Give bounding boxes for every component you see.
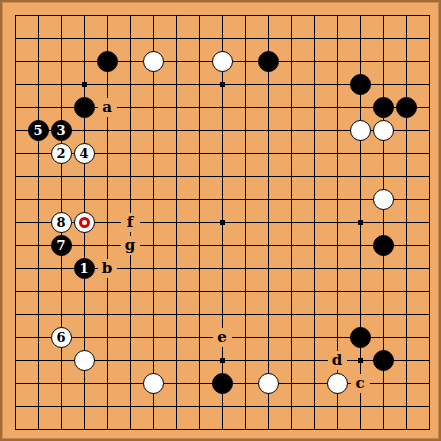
intersection-3-12 bbox=[50, 257, 73, 280]
intersection-8-4 bbox=[165, 73, 188, 96]
intersection-16-10 bbox=[349, 211, 372, 234]
intersection-16-13 bbox=[349, 280, 372, 303]
intersection-12-9 bbox=[257, 188, 280, 211]
intersection-8-18 bbox=[165, 395, 188, 418]
intersection-8-12 bbox=[165, 257, 188, 280]
intersection-7-17 bbox=[142, 372, 165, 395]
intersection-7-7 bbox=[142, 142, 165, 165]
white-stone bbox=[258, 373, 279, 394]
intersection-15-7 bbox=[326, 142, 349, 165]
intersection-8-3 bbox=[165, 50, 188, 73]
intersection-10-8 bbox=[211, 165, 234, 188]
intersection-4-5 bbox=[73, 96, 96, 119]
black-stone bbox=[212, 373, 233, 394]
intersection-14-18 bbox=[303, 395, 326, 418]
intersection-18-5 bbox=[395, 96, 418, 119]
intersection-14-16 bbox=[303, 349, 326, 372]
intersection-5-2 bbox=[96, 27, 119, 50]
intersection-13-3 bbox=[280, 50, 303, 73]
intersection-14-13 bbox=[303, 280, 326, 303]
intersection-14-12 bbox=[303, 257, 326, 280]
black-stone bbox=[373, 97, 394, 118]
intersection-15-8 bbox=[326, 165, 349, 188]
black-stone bbox=[97, 51, 118, 72]
intersection-19-7 bbox=[418, 142, 441, 165]
board-letter-c: c bbox=[351, 374, 370, 393]
intersection-10-12 bbox=[211, 257, 234, 280]
intersection-16-5 bbox=[349, 96, 372, 119]
intersection-13-19 bbox=[280, 418, 303, 441]
circle-mark-icon bbox=[79, 217, 90, 228]
intersection-4-7: 4 bbox=[73, 142, 96, 165]
intersection-7-19 bbox=[142, 418, 165, 441]
intersection-10-17 bbox=[211, 372, 234, 395]
intersection-3-13 bbox=[50, 280, 73, 303]
black-stone-numbered-3: 3 bbox=[51, 120, 72, 141]
black-stone-numbered-7: 7 bbox=[51, 235, 72, 256]
intersection-14-8 bbox=[303, 165, 326, 188]
intersection-17-11 bbox=[372, 234, 395, 257]
intersection-17-18 bbox=[372, 395, 395, 418]
intersection-4-3 bbox=[73, 50, 96, 73]
intersection-3-6: 3 bbox=[50, 119, 73, 142]
intersection-11-12 bbox=[234, 257, 257, 280]
intersection-4-11 bbox=[73, 234, 96, 257]
intersection-10-7 bbox=[211, 142, 234, 165]
intersection-5-10 bbox=[96, 211, 119, 234]
intersection-6-19 bbox=[119, 418, 142, 441]
intersection-18-9 bbox=[395, 188, 418, 211]
intersection-6-4 bbox=[119, 73, 142, 96]
intersection-17-5 bbox=[372, 96, 395, 119]
intersection-16-12 bbox=[349, 257, 372, 280]
intersection-19-8 bbox=[418, 165, 441, 188]
intersection-5-4 bbox=[96, 73, 119, 96]
intersection-13-7 bbox=[280, 142, 303, 165]
intersection-15-5 bbox=[326, 96, 349, 119]
intersection-17-3 bbox=[372, 50, 395, 73]
intersection-5-13 bbox=[96, 280, 119, 303]
intersection-1-10 bbox=[4, 211, 27, 234]
intersection-19-3 bbox=[418, 50, 441, 73]
intersection-7-2 bbox=[142, 27, 165, 50]
intersection-19-6 bbox=[418, 119, 441, 142]
intersection-19-9 bbox=[418, 188, 441, 211]
intersection-13-17 bbox=[280, 372, 303, 395]
intersection-8-16 bbox=[165, 349, 188, 372]
intersection-5-9 bbox=[96, 188, 119, 211]
intersection-6-9 bbox=[119, 188, 142, 211]
intersection-18-11 bbox=[395, 234, 418, 257]
intersection-5-16 bbox=[96, 349, 119, 372]
white-stone bbox=[143, 373, 164, 394]
intersection-7-18 bbox=[142, 395, 165, 418]
intersection-4-2 bbox=[73, 27, 96, 50]
intersection-11-19 bbox=[234, 418, 257, 441]
intersection-15-11 bbox=[326, 234, 349, 257]
intersection-11-3 bbox=[234, 50, 257, 73]
intersection-5-3 bbox=[96, 50, 119, 73]
intersection-3-1 bbox=[50, 4, 73, 27]
intersection-1-9 bbox=[4, 188, 27, 211]
intersection-10-6 bbox=[211, 119, 234, 142]
intersection-15-16: d bbox=[326, 349, 349, 372]
intersection-13-18 bbox=[280, 395, 303, 418]
intersection-14-3 bbox=[303, 50, 326, 73]
intersection-17-10 bbox=[372, 211, 395, 234]
intersection-1-1 bbox=[4, 4, 27, 27]
intersection-19-10 bbox=[418, 211, 441, 234]
intersection-8-8 bbox=[165, 165, 188, 188]
intersection-14-4 bbox=[303, 73, 326, 96]
intersection-18-7 bbox=[395, 142, 418, 165]
intersection-19-5 bbox=[418, 96, 441, 119]
white-stone-numbered-2: 2 bbox=[51, 143, 72, 164]
intersection-16-1 bbox=[349, 4, 372, 27]
intersection-3-2 bbox=[50, 27, 73, 50]
intersection-6-15 bbox=[119, 326, 142, 349]
intersection-16-8 bbox=[349, 165, 372, 188]
intersection-2-14 bbox=[27, 303, 50, 326]
intersection-11-6 bbox=[234, 119, 257, 142]
intersection-4-19 bbox=[73, 418, 96, 441]
intersection-2-4 bbox=[27, 73, 50, 96]
intersection-13-13 bbox=[280, 280, 303, 303]
board-letter-e: e bbox=[213, 328, 232, 347]
intersection-3-16 bbox=[50, 349, 73, 372]
intersection-9-10 bbox=[188, 211, 211, 234]
intersection-4-17 bbox=[73, 372, 96, 395]
intersection-15-9 bbox=[326, 188, 349, 211]
intersection-3-5 bbox=[50, 96, 73, 119]
intersection-6-2 bbox=[119, 27, 142, 50]
white-stone bbox=[350, 120, 371, 141]
intersection-18-10 bbox=[395, 211, 418, 234]
board-letter-a: a bbox=[98, 98, 117, 117]
intersection-2-6: 5 bbox=[27, 119, 50, 142]
intersection-1-13 bbox=[4, 280, 27, 303]
intersection-17-4 bbox=[372, 73, 395, 96]
white-stone bbox=[327, 373, 348, 394]
intersection-1-12 bbox=[4, 257, 27, 280]
intersection-2-5 bbox=[27, 96, 50, 119]
intersection-3-3 bbox=[50, 50, 73, 73]
intersection-2-17 bbox=[27, 372, 50, 395]
intersection-4-12: 1 bbox=[73, 257, 96, 280]
intersection-12-19 bbox=[257, 418, 280, 441]
intersection-14-9 bbox=[303, 188, 326, 211]
intersection-12-10 bbox=[257, 211, 280, 234]
intersection-10-14 bbox=[211, 303, 234, 326]
intersection-3-17 bbox=[50, 372, 73, 395]
intersection-3-18 bbox=[50, 395, 73, 418]
intersection-4-4 bbox=[73, 73, 96, 96]
intersection-12-14 bbox=[257, 303, 280, 326]
board-letter-d: d bbox=[328, 351, 347, 370]
intersection-7-1 bbox=[142, 4, 165, 27]
intersection-12-1 bbox=[257, 4, 280, 27]
board-intersections: a53248f7g1b6edc bbox=[4, 4, 441, 441]
intersection-11-10 bbox=[234, 211, 257, 234]
intersection-12-4 bbox=[257, 73, 280, 96]
intersection-8-7 bbox=[165, 142, 188, 165]
intersection-16-4 bbox=[349, 73, 372, 96]
intersection-17-13 bbox=[372, 280, 395, 303]
intersection-1-16 bbox=[4, 349, 27, 372]
intersection-2-18 bbox=[27, 395, 50, 418]
intersection-12-17 bbox=[257, 372, 280, 395]
intersection-1-5 bbox=[4, 96, 27, 119]
intersection-14-5 bbox=[303, 96, 326, 119]
intersection-10-16 bbox=[211, 349, 234, 372]
intersection-5-7 bbox=[96, 142, 119, 165]
intersection-8-2 bbox=[165, 27, 188, 50]
intersection-9-2 bbox=[188, 27, 211, 50]
intersection-15-14 bbox=[326, 303, 349, 326]
intersection-12-5 bbox=[257, 96, 280, 119]
intersection-7-13 bbox=[142, 280, 165, 303]
intersection-9-8 bbox=[188, 165, 211, 188]
intersection-2-12 bbox=[27, 257, 50, 280]
intersection-15-2 bbox=[326, 27, 349, 50]
intersection-19-17 bbox=[418, 372, 441, 395]
intersection-4-15 bbox=[73, 326, 96, 349]
board-letter-f: f bbox=[121, 213, 140, 232]
intersection-10-11 bbox=[211, 234, 234, 257]
intersection-12-13 bbox=[257, 280, 280, 303]
intersection-16-7 bbox=[349, 142, 372, 165]
white-stone bbox=[373, 120, 394, 141]
intersection-2-8 bbox=[27, 165, 50, 188]
intersection-12-11 bbox=[257, 234, 280, 257]
go-board: a53248f7g1b6edc bbox=[0, 0, 441, 441]
intersection-17-19 bbox=[372, 418, 395, 441]
white-stone bbox=[143, 51, 164, 72]
intersection-6-7 bbox=[119, 142, 142, 165]
black-stone bbox=[373, 235, 394, 256]
intersection-12-15 bbox=[257, 326, 280, 349]
intersection-16-15 bbox=[349, 326, 372, 349]
intersection-10-2 bbox=[211, 27, 234, 50]
intersection-1-3 bbox=[4, 50, 27, 73]
intersection-1-19 bbox=[4, 418, 27, 441]
intersection-3-19 bbox=[50, 418, 73, 441]
intersection-1-18 bbox=[4, 395, 27, 418]
intersection-16-18 bbox=[349, 395, 372, 418]
intersection-10-4 bbox=[211, 73, 234, 96]
intersection-11-4 bbox=[234, 73, 257, 96]
intersection-19-14 bbox=[418, 303, 441, 326]
intersection-16-6 bbox=[349, 119, 372, 142]
intersection-7-14 bbox=[142, 303, 165, 326]
intersection-17-17 bbox=[372, 372, 395, 395]
intersection-2-13 bbox=[27, 280, 50, 303]
intersection-18-15 bbox=[395, 326, 418, 349]
intersection-2-2 bbox=[27, 27, 50, 50]
intersection-5-1 bbox=[96, 4, 119, 27]
intersection-14-7 bbox=[303, 142, 326, 165]
intersection-13-4 bbox=[280, 73, 303, 96]
intersection-18-14 bbox=[395, 303, 418, 326]
intersection-9-15 bbox=[188, 326, 211, 349]
intersection-5-12: b bbox=[96, 257, 119, 280]
intersection-7-16 bbox=[142, 349, 165, 372]
intersection-18-1 bbox=[395, 4, 418, 27]
intersection-9-11 bbox=[188, 234, 211, 257]
intersection-14-14 bbox=[303, 303, 326, 326]
intersection-9-12 bbox=[188, 257, 211, 280]
intersection-5-8 bbox=[96, 165, 119, 188]
intersection-8-19 bbox=[165, 418, 188, 441]
intersection-13-11 bbox=[280, 234, 303, 257]
intersection-6-18 bbox=[119, 395, 142, 418]
intersection-10-1 bbox=[211, 4, 234, 27]
intersection-8-17 bbox=[165, 372, 188, 395]
intersection-13-15 bbox=[280, 326, 303, 349]
intersection-10-15: e bbox=[211, 326, 234, 349]
intersection-9-7 bbox=[188, 142, 211, 165]
intersection-10-9 bbox=[211, 188, 234, 211]
intersection-12-8 bbox=[257, 165, 280, 188]
intersection-4-9 bbox=[73, 188, 96, 211]
intersection-18-3 bbox=[395, 50, 418, 73]
intersection-19-16 bbox=[418, 349, 441, 372]
intersection-8-5 bbox=[165, 96, 188, 119]
intersection-13-16 bbox=[280, 349, 303, 372]
intersection-7-10 bbox=[142, 211, 165, 234]
intersection-9-3 bbox=[188, 50, 211, 73]
intersection-6-10: f bbox=[119, 211, 142, 234]
intersection-19-12 bbox=[418, 257, 441, 280]
intersection-11-9 bbox=[234, 188, 257, 211]
intersection-3-14 bbox=[50, 303, 73, 326]
intersection-5-17 bbox=[96, 372, 119, 395]
intersection-1-11 bbox=[4, 234, 27, 257]
intersection-17-9 bbox=[372, 188, 395, 211]
intersection-14-1 bbox=[303, 4, 326, 27]
intersection-8-13 bbox=[165, 280, 188, 303]
intersection-17-6 bbox=[372, 119, 395, 142]
intersection-19-4 bbox=[418, 73, 441, 96]
intersection-2-11 bbox=[27, 234, 50, 257]
intersection-7-9 bbox=[142, 188, 165, 211]
intersection-14-6 bbox=[303, 119, 326, 142]
intersection-11-7 bbox=[234, 142, 257, 165]
intersection-15-12 bbox=[326, 257, 349, 280]
intersection-11-11 bbox=[234, 234, 257, 257]
intersection-4-10 bbox=[73, 211, 96, 234]
intersection-8-9 bbox=[165, 188, 188, 211]
intersection-17-15 bbox=[372, 326, 395, 349]
intersection-6-12 bbox=[119, 257, 142, 280]
black-stone bbox=[258, 51, 279, 72]
intersection-5-5: a bbox=[96, 96, 119, 119]
intersection-13-14 bbox=[280, 303, 303, 326]
intersection-13-12 bbox=[280, 257, 303, 280]
intersection-1-17 bbox=[4, 372, 27, 395]
intersection-18-8 bbox=[395, 165, 418, 188]
black-stone-numbered-1: 1 bbox=[74, 258, 95, 279]
intersection-15-17 bbox=[326, 372, 349, 395]
intersection-10-19 bbox=[211, 418, 234, 441]
intersection-7-12 bbox=[142, 257, 165, 280]
intersection-13-8 bbox=[280, 165, 303, 188]
intersection-16-11 bbox=[349, 234, 372, 257]
intersection-10-18 bbox=[211, 395, 234, 418]
intersection-14-2 bbox=[303, 27, 326, 50]
intersection-7-4 bbox=[142, 73, 165, 96]
intersection-4-13 bbox=[73, 280, 96, 303]
intersection-19-15 bbox=[418, 326, 441, 349]
intersection-10-13 bbox=[211, 280, 234, 303]
intersection-11-16 bbox=[234, 349, 257, 372]
intersection-2-3 bbox=[27, 50, 50, 73]
intersection-11-13 bbox=[234, 280, 257, 303]
intersection-9-19 bbox=[188, 418, 211, 441]
intersection-6-13 bbox=[119, 280, 142, 303]
intersection-3-11: 7 bbox=[50, 234, 73, 257]
intersection-19-13 bbox=[418, 280, 441, 303]
intersection-17-16 bbox=[372, 349, 395, 372]
intersection-4-8 bbox=[73, 165, 96, 188]
intersection-13-6 bbox=[280, 119, 303, 142]
white-stone-numbered-8: 8 bbox=[51, 212, 72, 233]
intersection-5-18 bbox=[96, 395, 119, 418]
intersection-3-9 bbox=[50, 188, 73, 211]
intersection-16-3 bbox=[349, 50, 372, 73]
intersection-5-19 bbox=[96, 418, 119, 441]
intersection-9-5 bbox=[188, 96, 211, 119]
white-stone bbox=[212, 51, 233, 72]
black-stone bbox=[350, 74, 371, 95]
intersection-13-2 bbox=[280, 27, 303, 50]
intersection-15-3 bbox=[326, 50, 349, 73]
intersection-15-6 bbox=[326, 119, 349, 142]
intersection-6-11: g bbox=[119, 234, 142, 257]
intersection-7-15 bbox=[142, 326, 165, 349]
intersection-12-3 bbox=[257, 50, 280, 73]
intersection-4-16 bbox=[73, 349, 96, 372]
intersection-14-19 bbox=[303, 418, 326, 441]
intersection-8-10 bbox=[165, 211, 188, 234]
intersection-8-6 bbox=[165, 119, 188, 142]
intersection-7-5 bbox=[142, 96, 165, 119]
intersection-11-17 bbox=[234, 372, 257, 395]
white-stone-numbered-6: 6 bbox=[51, 327, 72, 348]
intersection-17-8 bbox=[372, 165, 395, 188]
intersection-18-6 bbox=[395, 119, 418, 142]
intersection-3-7: 2 bbox=[50, 142, 73, 165]
intersection-18-2 bbox=[395, 27, 418, 50]
intersection-19-1 bbox=[418, 4, 441, 27]
intersection-11-2 bbox=[234, 27, 257, 50]
intersection-18-19 bbox=[395, 418, 418, 441]
intersection-9-14 bbox=[188, 303, 211, 326]
intersection-8-15 bbox=[165, 326, 188, 349]
white-stone-marked bbox=[74, 212, 95, 233]
intersection-16-19 bbox=[349, 418, 372, 441]
intersection-3-8 bbox=[50, 165, 73, 188]
intersection-13-10 bbox=[280, 211, 303, 234]
black-stone bbox=[74, 97, 95, 118]
intersection-11-15 bbox=[234, 326, 257, 349]
intersection-12-18 bbox=[257, 395, 280, 418]
black-stone-numbered-5: 5 bbox=[28, 120, 49, 141]
board-letter-g: g bbox=[121, 236, 140, 255]
intersection-6-6 bbox=[119, 119, 142, 142]
intersection-8-1 bbox=[165, 4, 188, 27]
intersection-2-1 bbox=[27, 4, 50, 27]
